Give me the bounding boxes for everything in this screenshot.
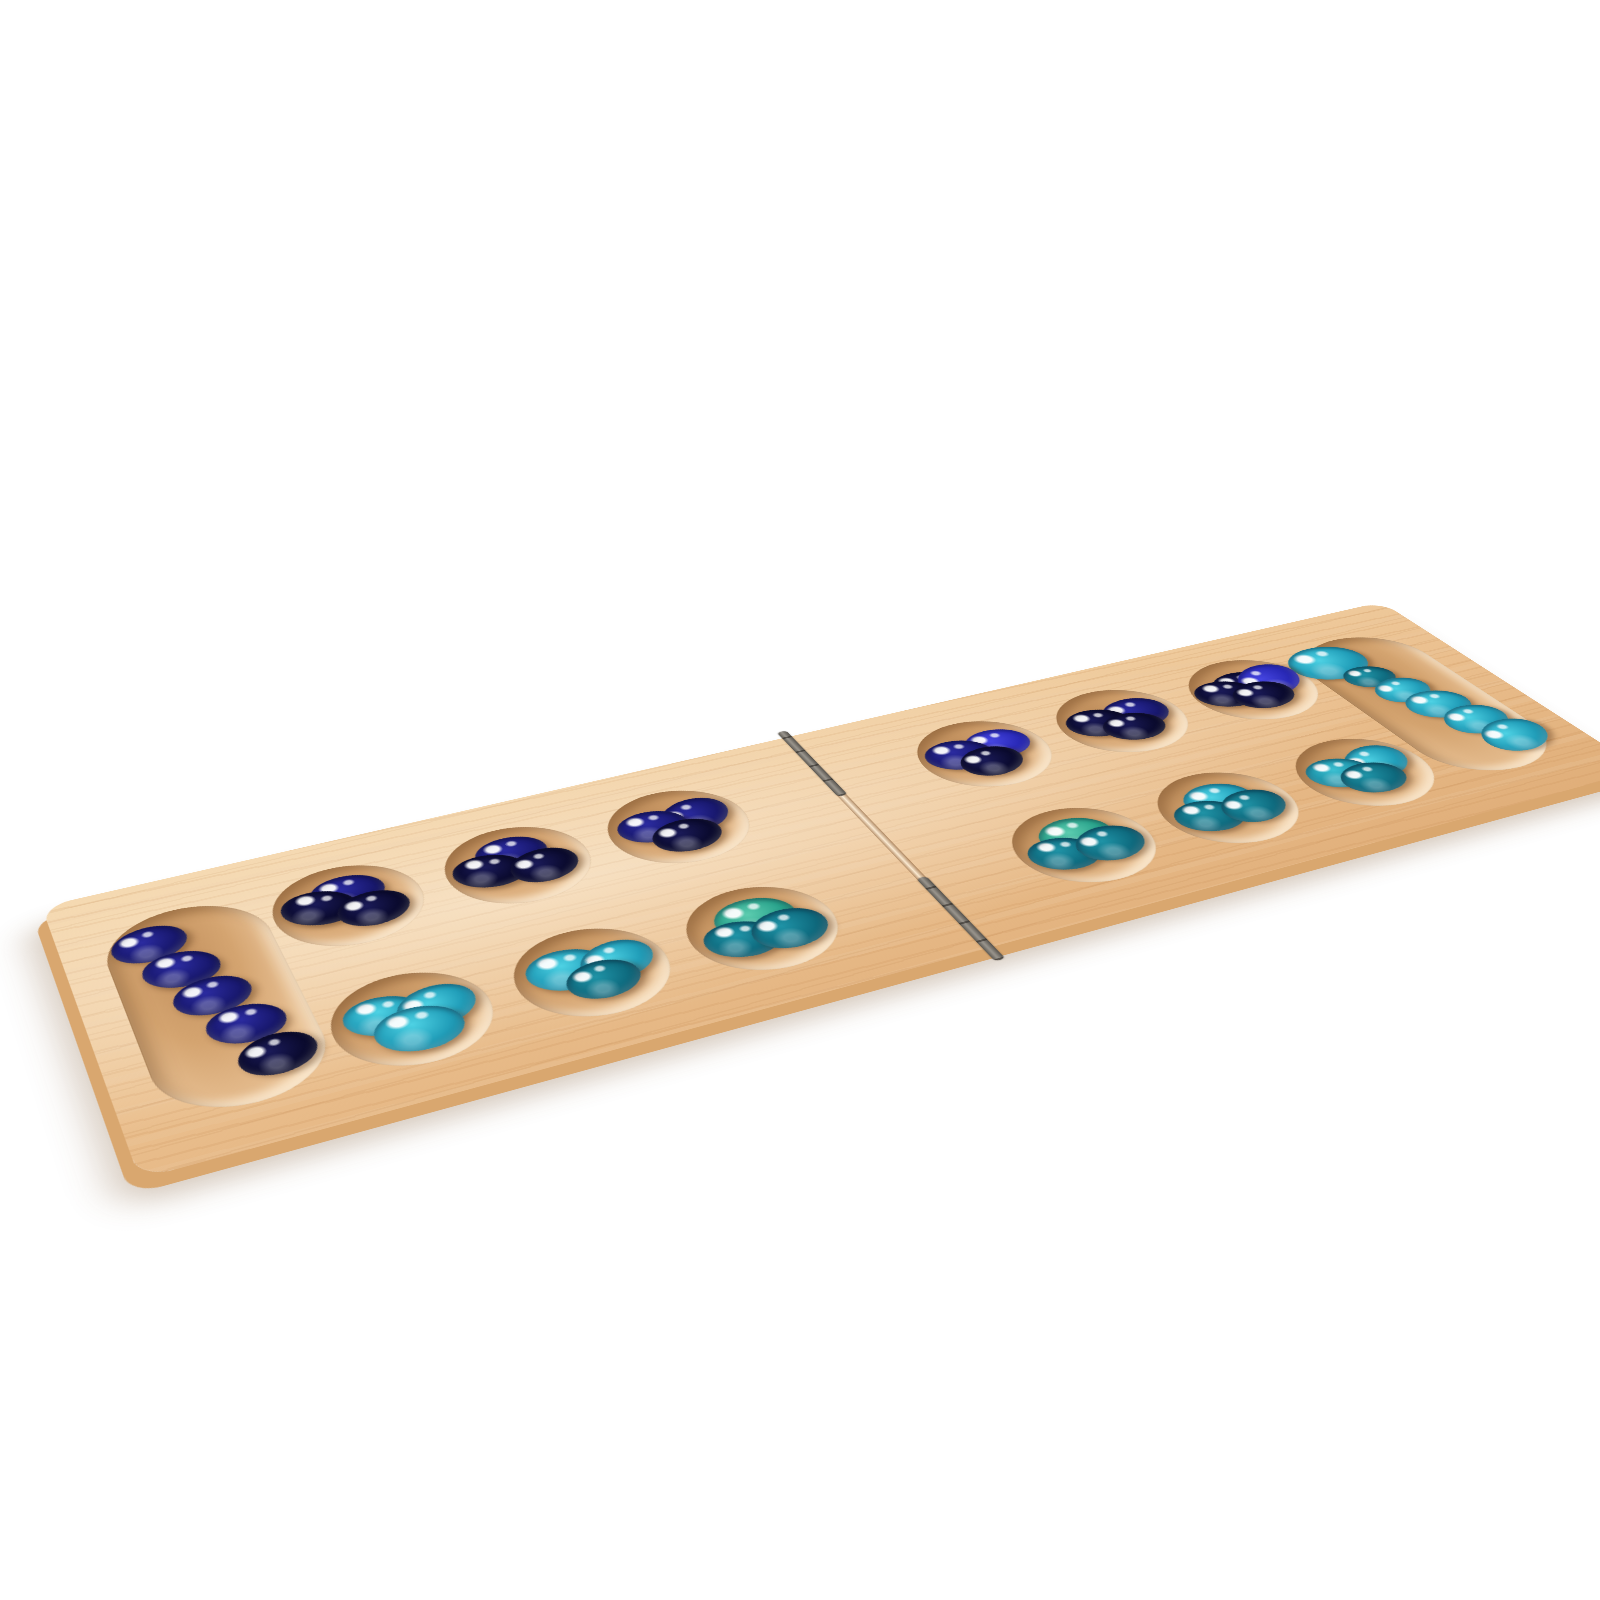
hinge-pin-near (916, 876, 1005, 961)
mancala-board (42, 602, 1600, 1179)
scene (0, 0, 1600, 1600)
product-photo-background (0, 0, 1600, 1600)
hinge-pin-far (777, 731, 848, 797)
